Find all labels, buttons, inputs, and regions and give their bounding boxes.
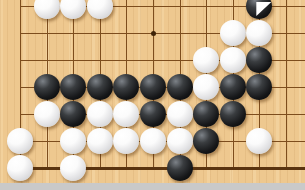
- white-stone: [193, 47, 219, 73]
- white-stone: [60, 0, 86, 19]
- white-stone: [167, 128, 193, 154]
- white-stone: [87, 101, 113, 127]
- white-stone: [87, 128, 113, 154]
- black-stone: [193, 128, 219, 154]
- white-stone: [60, 155, 86, 181]
- black-stone: [193, 101, 219, 127]
- white-stone: [7, 128, 33, 154]
- black-stone: [246, 47, 272, 73]
- white-stone: [246, 128, 272, 154]
- stone-grid: [7, 0, 300, 182]
- letterbox-bottom: [0, 183, 305, 190]
- black-stone: [60, 101, 86, 127]
- black-stone: [167, 74, 193, 100]
- black-stone: [60, 74, 86, 100]
- black-stone: [87, 74, 113, 100]
- white-stone: [167, 101, 193, 127]
- white-stone: [140, 128, 166, 154]
- go-board-viewport: [0, 0, 305, 190]
- white-stone: [87, 0, 113, 19]
- black-stone: [167, 155, 193, 181]
- white-stone: [7, 155, 33, 181]
- black-stone: [113, 74, 139, 100]
- black-stone: [220, 74, 246, 100]
- black-stone: [140, 101, 166, 127]
- white-stone: [246, 20, 272, 46]
- black-stone: [34, 74, 60, 100]
- black-stone: [246, 74, 272, 100]
- black-stone: [220, 101, 246, 127]
- white-stone: [60, 128, 86, 154]
- white-stone: [220, 20, 246, 46]
- white-stone: [113, 101, 139, 127]
- black-stone: [246, 0, 272, 19]
- white-stone: [113, 128, 139, 154]
- white-stone: [193, 74, 219, 100]
- black-stone: [140, 74, 166, 100]
- white-stone: [34, 0, 60, 19]
- last-move-triangle-marker: [256, 2, 271, 16]
- white-stone: [220, 47, 246, 73]
- white-stone: [34, 101, 60, 127]
